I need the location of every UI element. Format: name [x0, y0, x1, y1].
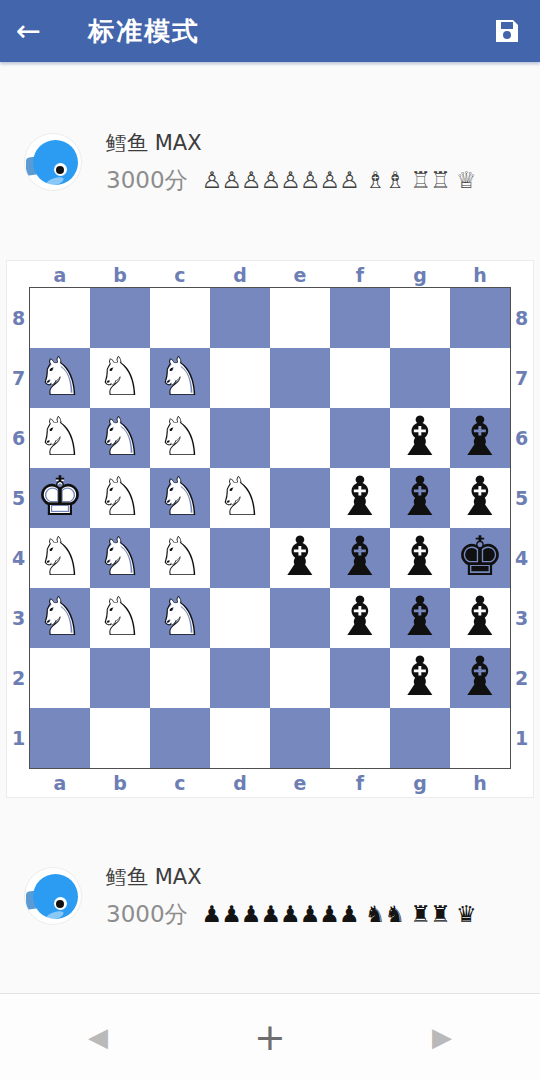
square-a2[interactable]: [30, 648, 90, 708]
player-name: 鳕鱼 MAX: [106, 129, 476, 157]
player-score: 3000分: [106, 899, 188, 930]
square-a7[interactable]: ♞♘: [30, 348, 90, 408]
black-bishop[interactable]: ♝: [450, 468, 510, 528]
square-h1[interactable]: [450, 708, 510, 768]
piece-glyph: ♝: [390, 468, 450, 528]
square-e7[interactable]: [270, 348, 330, 408]
square-e5[interactable]: [270, 468, 330, 528]
black-bishop[interactable]: ♝: [450, 408, 510, 468]
piece-glyph: ♝: [450, 468, 510, 528]
file-label-g: g: [390, 768, 450, 797]
piece-outline: ♘: [90, 588, 150, 648]
white-knight[interactable]: ♞♘: [150, 348, 210, 408]
square-h3[interactable]: ♝: [450, 588, 510, 648]
square-c2[interactable]: [150, 648, 210, 708]
white-knight[interactable]: ♞♘: [30, 348, 90, 408]
square-b2[interactable]: [90, 648, 150, 708]
square-f2[interactable]: [330, 648, 390, 708]
black-bishop[interactable]: ♝: [450, 588, 510, 648]
piece-outline: ♘: [30, 528, 90, 588]
square-e6[interactable]: [270, 408, 330, 468]
white-knight[interactable]: ♞♘: [30, 408, 90, 468]
square-c6[interactable]: ♞♘: [150, 408, 210, 468]
rank-labels-left: 87654321: [7, 288, 30, 768]
square-d3[interactable]: [210, 588, 270, 648]
piece-outline: ♘: [30, 348, 90, 408]
file-label-c: c: [150, 261, 210, 288]
rank-label-8: 8: [510, 288, 533, 348]
square-g3[interactable]: ♝: [390, 588, 450, 648]
rank-label-1: 1: [7, 708, 30, 768]
avatar: [24, 867, 82, 925]
black-bishop[interactable]: ♝: [330, 588, 390, 648]
file-label-a: a: [30, 768, 90, 797]
square-g1[interactable]: [390, 708, 450, 768]
piece-glyph: ♝: [330, 588, 390, 648]
piece-outline: ♘: [30, 408, 90, 468]
white-knight[interactable]: ♞♘: [90, 588, 150, 648]
square-f8[interactable]: [330, 288, 390, 348]
file-label-g: g: [390, 261, 450, 288]
file-label-b: b: [90, 768, 150, 797]
white-king[interactable]: ♚♔: [30, 468, 90, 528]
square-g5[interactable]: ♝: [390, 468, 450, 528]
rank-labels-right: 87654321: [510, 288, 533, 768]
fish-body: [33, 874, 78, 919]
rank-label-2: 2: [7, 648, 30, 708]
rank-label-4: 4: [510, 528, 533, 588]
square-c5[interactable]: ♞♘: [150, 468, 210, 528]
square-c8[interactable]: [150, 288, 210, 348]
square-b8[interactable]: [90, 288, 150, 348]
file-label-h: h: [450, 261, 510, 288]
captured-white-pieces: ♙♙♙♙♙♙♙♙ ♗♗ ♖♖ ♕: [202, 167, 476, 193]
white-knight[interactable]: ♞♘: [90, 528, 150, 588]
square-d2[interactable]: [210, 648, 270, 708]
fish-eye: [54, 163, 67, 176]
square-f3[interactable]: ♝: [330, 588, 390, 648]
black-bishop[interactable]: ♝: [390, 528, 450, 588]
player-card-top: 鳕鱼 MAX 3000分 ♙♙♙♙♙♙♙♙ ♗♗ ♖♖ ♕: [0, 130, 540, 194]
file-label-f: f: [330, 261, 390, 288]
square-a6[interactable]: ♞♘: [30, 408, 90, 468]
square-d4[interactable]: [210, 528, 270, 588]
captured-black-pieces: ♟♟♟♟♟♟♟♟ ♞♞ ♜♜ ♛: [202, 901, 476, 927]
square-b6[interactable]: ♞♘: [90, 408, 150, 468]
fish-body: [33, 140, 78, 185]
square-h4[interactable]: ♚: [450, 528, 510, 588]
square-e2[interactable]: [270, 648, 330, 708]
square-b7[interactable]: ♞♘: [90, 348, 150, 408]
piece-glyph: ♝: [330, 468, 390, 528]
square-d1[interactable]: [210, 708, 270, 768]
fish-swoosh: [45, 175, 64, 187]
floppy-disk-icon: [492, 16, 522, 46]
fish-pupil: [56, 166, 64, 174]
square-a8[interactable]: [30, 288, 90, 348]
rank-label-4: 4: [7, 528, 30, 588]
square-c7[interactable]: ♞♘: [150, 348, 210, 408]
square-g4[interactable]: ♝: [390, 528, 450, 588]
piece-outline: ♘: [30, 588, 90, 648]
piece-outline: ♘: [90, 408, 150, 468]
square-g7[interactable]: [390, 348, 450, 408]
square-b3[interactable]: ♞♘: [90, 588, 150, 648]
square-d7[interactable]: [210, 348, 270, 408]
piece-outline: ♘: [90, 348, 150, 408]
bottom-nav: ◀ + ▶: [0, 993, 540, 1080]
next-move-button[interactable]: ▶: [432, 1022, 452, 1052]
rank-label-8: 8: [7, 288, 30, 348]
white-knight[interactable]: ♞♘: [150, 588, 210, 648]
square-f1[interactable]: [330, 708, 390, 768]
black-bishop[interactable]: ♝: [450, 648, 510, 708]
square-h6[interactable]: ♝: [450, 408, 510, 468]
rank-label-1: 1: [510, 708, 533, 768]
square-c4[interactable]: ♞♘: [150, 528, 210, 588]
piece-outline: ♘: [90, 468, 150, 528]
piece-glyph: ♝: [390, 408, 450, 468]
file-label-f: f: [330, 768, 390, 797]
piece-outline: ♘: [150, 588, 210, 648]
file-label-d: d: [210, 768, 270, 797]
square-e8[interactable]: [270, 288, 330, 348]
square-h2[interactable]: ♝: [450, 648, 510, 708]
black-bishop[interactable]: ♝: [390, 648, 450, 708]
square-h8[interactable]: [450, 288, 510, 348]
white-knight[interactable]: ♞♘: [90, 468, 150, 528]
black-bishop[interactable]: ♝: [390, 408, 450, 468]
piece-outline: ♘: [90, 528, 150, 588]
piece-glyph: ♝: [390, 588, 450, 648]
previous-move-button[interactable]: ◀: [88, 1022, 108, 1052]
square-d5[interactable]: ♞♘: [210, 468, 270, 528]
square-h5[interactable]: ♝: [450, 468, 510, 528]
piece-glyph: ♝: [330, 528, 390, 588]
piece-glyph: ♚: [450, 528, 510, 588]
chess-board: ♞♘♞♘♞♘♞♘♞♘♞♘♝♝♚♔♞♘♞♘♞♘♝♝♝♞♘♞♘♞♘♝♝♝♚♞♘♞♘♞…: [29, 287, 511, 769]
file-labels-top: abcdefgh: [30, 261, 510, 288]
black-bishop[interactable]: ♝: [270, 528, 330, 588]
piece-outline: ♘: [210, 468, 270, 528]
fish-eye: [54, 897, 67, 910]
piece-outline: ♘: [150, 468, 210, 528]
player-name: 鳕鱼 MAX: [106, 863, 476, 891]
save-button[interactable]: [490, 14, 524, 48]
square-a4[interactable]: ♞♘: [30, 528, 90, 588]
square-f4[interactable]: ♝: [330, 528, 390, 588]
file-label-e: e: [270, 261, 330, 288]
square-g2[interactable]: ♝: [390, 648, 450, 708]
black-king[interactable]: ♚: [450, 528, 510, 588]
fish-swoosh: [45, 909, 64, 921]
file-label-e: e: [270, 768, 330, 797]
white-knight[interactable]: ♞♘: [90, 408, 150, 468]
board-panel: abcdefgh 87654321 ♞♘♞♘♞♘♞♘♞♘♞♘♝♝♚♔♞♘♞♘♞♘…: [6, 260, 534, 798]
square-e1[interactable]: [270, 708, 330, 768]
piece-glyph: ♝: [390, 528, 450, 588]
square-a1[interactable]: [30, 708, 90, 768]
square-e4[interactable]: ♝: [270, 528, 330, 588]
file-labels-bottom: abcdefgh: [30, 768, 510, 797]
black-bishop[interactable]: ♝: [390, 468, 450, 528]
rank-label-3: 3: [7, 588, 30, 648]
white-knight[interactable]: ♞♘: [210, 468, 270, 528]
white-knight[interactable]: ♞♘: [30, 588, 90, 648]
square-d6[interactable]: [210, 408, 270, 468]
rank-label-7: 7: [7, 348, 30, 408]
square-c1[interactable]: [150, 708, 210, 768]
file-label-a: a: [30, 261, 90, 288]
white-knight[interactable]: ♞♘: [30, 528, 90, 588]
rank-label-5: 5: [7, 468, 30, 528]
fish-pupil: [56, 900, 64, 908]
piece-outline: ♘: [150, 348, 210, 408]
player-card-bottom: 鳕鱼 MAX 3000分 ♟♟♟♟♟♟♟♟ ♞♞ ♜♜ ♛: [0, 864, 540, 928]
white-knight[interactable]: ♞♘: [150, 408, 210, 468]
piece-outline: ♔: [30, 468, 90, 528]
rank-label-6: 6: [510, 408, 533, 468]
white-knight[interactable]: ♞♘: [90, 348, 150, 408]
square-d8[interactable]: [210, 288, 270, 348]
square-h7[interactable]: [450, 348, 510, 408]
rank-label-5: 5: [510, 468, 533, 528]
square-c3[interactable]: ♞♘: [150, 588, 210, 648]
square-f7[interactable]: [330, 348, 390, 408]
avatar: [24, 133, 82, 191]
rank-label-6: 6: [7, 408, 30, 468]
piece-glyph: ♝: [450, 588, 510, 648]
black-bishop[interactable]: ♝: [330, 468, 390, 528]
app-bar: ← 标准模式: [0, 0, 540, 62]
white-knight[interactable]: ♞♘: [150, 528, 210, 588]
piece-glyph: ♝: [450, 648, 510, 708]
square-b5[interactable]: ♞♘: [90, 468, 150, 528]
piece-outline: ♘: [150, 408, 210, 468]
square-b1[interactable]: [90, 708, 150, 768]
square-f6[interactable]: [330, 408, 390, 468]
rank-label-7: 7: [510, 348, 533, 408]
player-score: 3000分: [106, 165, 188, 196]
piece-glyph: ♝: [270, 528, 330, 588]
square-a3[interactable]: ♞♘: [30, 588, 90, 648]
square-g6[interactable]: ♝: [390, 408, 450, 468]
file-label-b: b: [90, 261, 150, 288]
square-f5[interactable]: ♝: [330, 468, 390, 528]
piece-outline: ♘: [150, 528, 210, 588]
rank-label-3: 3: [510, 588, 533, 648]
piece-glyph: ♝: [390, 648, 450, 708]
white-knight[interactable]: ♞♘: [150, 468, 210, 528]
piece-glyph: ♝: [450, 408, 510, 468]
black-bishop[interactable]: ♝: [390, 588, 450, 648]
file-label-h: h: [450, 768, 510, 797]
file-label-d: d: [210, 261, 270, 288]
square-b4[interactable]: ♞♘: [90, 528, 150, 588]
page-title: 标准模式: [88, 14, 490, 49]
square-g8[interactable]: [390, 288, 450, 348]
square-a5[interactable]: ♚♔: [30, 468, 90, 528]
back-icon[interactable]: ←: [16, 0, 60, 62]
file-label-c: c: [150, 768, 210, 797]
black-bishop[interactable]: ♝: [330, 528, 390, 588]
add-button[interactable]: +: [254, 1018, 286, 1056]
square-e3[interactable]: [270, 588, 330, 648]
rank-label-2: 2: [510, 648, 533, 708]
